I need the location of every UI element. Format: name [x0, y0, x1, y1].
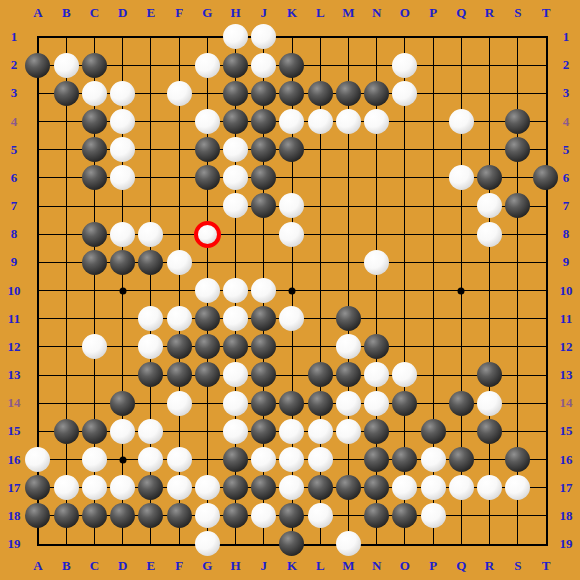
intersection-T5[interactable] — [532, 136, 560, 164]
intersection-S1[interactable] — [504, 23, 532, 51]
intersection-C18[interactable] — [80, 502, 108, 530]
intersection-F10[interactable] — [165, 276, 193, 304]
intersection-Q1[interactable] — [447, 23, 475, 51]
intersection-G10[interactable] — [193, 276, 221, 304]
intersection-N2[interactable] — [363, 51, 391, 79]
intersection-M13[interactable] — [334, 361, 362, 389]
intersection-F17[interactable] — [165, 474, 193, 502]
intersection-D11[interactable] — [109, 305, 137, 333]
intersection-B1[interactable] — [52, 23, 80, 51]
intersection-B8[interactable] — [52, 220, 80, 248]
intersection-K15[interactable] — [278, 417, 306, 445]
intersection-E2[interactable] — [137, 51, 165, 79]
intersection-Q5[interactable] — [447, 136, 475, 164]
intersection-P1[interactable] — [419, 23, 447, 51]
intersection-B3[interactable] — [52, 79, 80, 107]
intersection-T9[interactable] — [532, 248, 560, 276]
intersection-S6[interactable] — [504, 164, 532, 192]
intersection-L5[interactable] — [306, 136, 334, 164]
intersection-S17[interactable] — [504, 474, 532, 502]
intersection-E9[interactable] — [137, 248, 165, 276]
intersection-H14[interactable] — [221, 389, 249, 417]
intersection-F13[interactable] — [165, 361, 193, 389]
intersection-C9[interactable] — [80, 248, 108, 276]
intersection-O17[interactable] — [391, 474, 419, 502]
intersection-K8[interactable] — [278, 220, 306, 248]
intersection-J12[interactable] — [250, 333, 278, 361]
intersection-H10[interactable] — [221, 276, 249, 304]
intersection-N7[interactable] — [363, 192, 391, 220]
intersection-D19[interactable] — [109, 530, 137, 558]
intersection-F18[interactable] — [165, 502, 193, 530]
intersection-F9[interactable] — [165, 248, 193, 276]
intersection-P5[interactable] — [419, 136, 447, 164]
intersection-H7[interactable] — [221, 192, 249, 220]
intersection-B6[interactable] — [52, 164, 80, 192]
intersection-C8[interactable] — [80, 220, 108, 248]
intersection-B11[interactable] — [52, 305, 80, 333]
intersection-J6[interactable] — [250, 164, 278, 192]
intersection-R12[interactable] — [475, 333, 503, 361]
intersection-T10[interactable] — [532, 276, 560, 304]
intersection-B18[interactable] — [52, 502, 80, 530]
intersection-P12[interactable] — [419, 333, 447, 361]
intersection-N15[interactable] — [363, 417, 391, 445]
intersection-G6[interactable] — [193, 164, 221, 192]
intersection-R3[interactable] — [475, 79, 503, 107]
intersection-J4[interactable] — [250, 107, 278, 135]
intersection-N16[interactable] — [363, 445, 391, 473]
intersection-E1[interactable] — [137, 23, 165, 51]
intersection-H15[interactable] — [221, 417, 249, 445]
intersection-R16[interactable] — [475, 445, 503, 473]
intersection-B4[interactable] — [52, 107, 80, 135]
intersection-H8[interactable] — [221, 220, 249, 248]
intersection-L14[interactable] — [306, 389, 334, 417]
intersection-C14[interactable] — [80, 389, 108, 417]
intersection-C3[interactable] — [80, 79, 108, 107]
intersection-F16[interactable] — [165, 445, 193, 473]
intersection-D14[interactable] — [109, 389, 137, 417]
intersection-H11[interactable] — [221, 305, 249, 333]
intersection-H17[interactable] — [221, 474, 249, 502]
intersection-K13[interactable] — [278, 361, 306, 389]
intersection-R19[interactable] — [475, 530, 503, 558]
intersection-K11[interactable] — [278, 305, 306, 333]
intersection-R1[interactable] — [475, 23, 503, 51]
intersection-F4[interactable] — [165, 107, 193, 135]
intersection-J14[interactable] — [250, 389, 278, 417]
intersection-K5[interactable] — [278, 136, 306, 164]
intersection-J16[interactable] — [250, 445, 278, 473]
intersection-Q9[interactable] — [447, 248, 475, 276]
intersection-E6[interactable] — [137, 164, 165, 192]
intersection-P17[interactable] — [419, 474, 447, 502]
intersection-L10[interactable] — [306, 276, 334, 304]
intersection-H19[interactable] — [221, 530, 249, 558]
intersection-F19[interactable] — [165, 530, 193, 558]
intersection-M19[interactable] — [334, 530, 362, 558]
intersection-D4[interactable] — [109, 107, 137, 135]
intersection-P10[interactable] — [419, 276, 447, 304]
intersection-D9[interactable] — [109, 248, 137, 276]
intersection-O12[interactable] — [391, 333, 419, 361]
intersection-R11[interactable] — [475, 305, 503, 333]
intersection-S14[interactable] — [504, 389, 532, 417]
intersection-C15[interactable] — [80, 417, 108, 445]
intersection-G2[interactable] — [193, 51, 221, 79]
intersection-H16[interactable] — [221, 445, 249, 473]
intersection-N12[interactable] — [363, 333, 391, 361]
intersection-D6[interactable] — [109, 164, 137, 192]
intersection-E17[interactable] — [137, 474, 165, 502]
intersection-P8[interactable] — [419, 220, 447, 248]
intersection-N5[interactable] — [363, 136, 391, 164]
intersection-Q17[interactable] — [447, 474, 475, 502]
intersection-A5[interactable] — [24, 136, 52, 164]
intersection-P7[interactable] — [419, 192, 447, 220]
intersection-R8[interactable] — [475, 220, 503, 248]
intersection-L8[interactable] — [306, 220, 334, 248]
intersection-Q4[interactable] — [447, 107, 475, 135]
intersection-O13[interactable] — [391, 361, 419, 389]
intersection-D5[interactable] — [109, 136, 137, 164]
intersection-N1[interactable] — [363, 23, 391, 51]
intersection-E12[interactable] — [137, 333, 165, 361]
intersection-A14[interactable] — [24, 389, 52, 417]
intersection-T6[interactable] — [532, 164, 560, 192]
intersection-M11[interactable] — [334, 305, 362, 333]
intersection-O19[interactable] — [391, 530, 419, 558]
intersection-H6[interactable] — [221, 164, 249, 192]
intersection-G11[interactable] — [193, 305, 221, 333]
intersection-G13[interactable] — [193, 361, 221, 389]
intersection-C1[interactable] — [80, 23, 108, 51]
intersection-O2[interactable] — [391, 51, 419, 79]
intersection-S7[interactable] — [504, 192, 532, 220]
intersection-J5[interactable] — [250, 136, 278, 164]
intersection-M6[interactable] — [334, 164, 362, 192]
intersection-K3[interactable] — [278, 79, 306, 107]
intersection-B13[interactable] — [52, 361, 80, 389]
intersection-M15[interactable] — [334, 417, 362, 445]
intersection-D18[interactable] — [109, 502, 137, 530]
intersection-Q19[interactable] — [447, 530, 475, 558]
intersection-P18[interactable] — [419, 502, 447, 530]
intersection-E7[interactable] — [137, 192, 165, 220]
intersection-T18[interactable] — [532, 502, 560, 530]
intersection-F14[interactable] — [165, 389, 193, 417]
intersection-G16[interactable] — [193, 445, 221, 473]
intersection-F5[interactable] — [165, 136, 193, 164]
intersection-A19[interactable] — [24, 530, 52, 558]
intersection-D15[interactable] — [109, 417, 137, 445]
intersection-N8[interactable] — [363, 220, 391, 248]
intersection-Q14[interactable] — [447, 389, 475, 417]
intersection-R14[interactable] — [475, 389, 503, 417]
intersection-A7[interactable] — [24, 192, 52, 220]
intersection-Q11[interactable] — [447, 305, 475, 333]
intersection-G15[interactable] — [193, 417, 221, 445]
intersection-R15[interactable] — [475, 417, 503, 445]
intersection-L4[interactable] — [306, 107, 334, 135]
intersection-Q8[interactable] — [447, 220, 475, 248]
intersection-S12[interactable] — [504, 333, 532, 361]
intersection-C11[interactable] — [80, 305, 108, 333]
intersection-E4[interactable] — [137, 107, 165, 135]
intersection-K14[interactable] — [278, 389, 306, 417]
intersection-F2[interactable] — [165, 51, 193, 79]
intersection-G5[interactable] — [193, 136, 221, 164]
intersection-G7[interactable] — [193, 192, 221, 220]
intersection-M7[interactable] — [334, 192, 362, 220]
intersection-A1[interactable] — [24, 23, 52, 51]
intersection-F7[interactable] — [165, 192, 193, 220]
intersection-O10[interactable] — [391, 276, 419, 304]
intersection-O6[interactable] — [391, 164, 419, 192]
intersection-O15[interactable] — [391, 417, 419, 445]
intersection-E18[interactable] — [137, 502, 165, 530]
intersection-T2[interactable] — [532, 51, 560, 79]
intersection-O9[interactable] — [391, 248, 419, 276]
intersection-G3[interactable] — [193, 79, 221, 107]
intersection-E10[interactable] — [137, 276, 165, 304]
intersection-C2[interactable] — [80, 51, 108, 79]
intersection-M12[interactable] — [334, 333, 362, 361]
intersection-L6[interactable] — [306, 164, 334, 192]
intersection-O1[interactable] — [391, 23, 419, 51]
intersection-L17[interactable] — [306, 474, 334, 502]
intersection-G12[interactable] — [193, 333, 221, 361]
intersection-E8[interactable] — [137, 220, 165, 248]
intersection-K10[interactable] — [278, 276, 306, 304]
intersection-R5[interactable] — [475, 136, 503, 164]
intersection-F6[interactable] — [165, 164, 193, 192]
intersection-S11[interactable] — [504, 305, 532, 333]
intersection-G14[interactable] — [193, 389, 221, 417]
intersection-H9[interactable] — [221, 248, 249, 276]
intersection-S10[interactable] — [504, 276, 532, 304]
intersection-K12[interactable] — [278, 333, 306, 361]
intersection-M17[interactable] — [334, 474, 362, 502]
intersection-N11[interactable] — [363, 305, 391, 333]
intersection-S8[interactable] — [504, 220, 532, 248]
intersection-Q15[interactable] — [447, 417, 475, 445]
intersection-J18[interactable] — [250, 502, 278, 530]
intersection-L13[interactable] — [306, 361, 334, 389]
intersection-O16[interactable] — [391, 445, 419, 473]
intersection-A4[interactable] — [24, 107, 52, 135]
intersection-Q10[interactable] — [447, 276, 475, 304]
intersection-B14[interactable] — [52, 389, 80, 417]
intersection-A6[interactable] — [24, 164, 52, 192]
intersection-J7[interactable] — [250, 192, 278, 220]
intersection-Q7[interactable] — [447, 192, 475, 220]
intersection-K1[interactable] — [278, 23, 306, 51]
intersection-H18[interactable] — [221, 502, 249, 530]
intersection-H3[interactable] — [221, 79, 249, 107]
intersection-Q16[interactable] — [447, 445, 475, 473]
intersection-J3[interactable] — [250, 79, 278, 107]
intersection-G4[interactable] — [193, 107, 221, 135]
intersection-M5[interactable] — [334, 136, 362, 164]
intersection-D8[interactable] — [109, 220, 137, 248]
intersection-K17[interactable] — [278, 474, 306, 502]
intersection-P9[interactable] — [419, 248, 447, 276]
intersection-B7[interactable] — [52, 192, 80, 220]
intersection-F12[interactable] — [165, 333, 193, 361]
intersection-M10[interactable] — [334, 276, 362, 304]
intersection-D1[interactable] — [109, 23, 137, 51]
intersection-B16[interactable] — [52, 445, 80, 473]
intersection-P13[interactable] — [419, 361, 447, 389]
intersection-P11[interactable] — [419, 305, 447, 333]
intersection-A11[interactable] — [24, 305, 52, 333]
intersection-O8[interactable] — [391, 220, 419, 248]
intersection-P3[interactable] — [419, 79, 447, 107]
intersection-H13[interactable] — [221, 361, 249, 389]
intersection-P14[interactable] — [419, 389, 447, 417]
intersection-J17[interactable] — [250, 474, 278, 502]
intersection-T14[interactable] — [532, 389, 560, 417]
intersection-J9[interactable] — [250, 248, 278, 276]
intersection-T16[interactable] — [532, 445, 560, 473]
intersection-N6[interactable] — [363, 164, 391, 192]
intersection-S18[interactable] — [504, 502, 532, 530]
intersection-O4[interactable] — [391, 107, 419, 135]
intersection-B10[interactable] — [52, 276, 80, 304]
intersection-R13[interactable] — [475, 361, 503, 389]
intersection-E11[interactable] — [137, 305, 165, 333]
intersection-A10[interactable] — [24, 276, 52, 304]
intersection-D16[interactable] — [109, 445, 137, 473]
intersection-A3[interactable] — [24, 79, 52, 107]
intersection-D3[interactable] — [109, 79, 137, 107]
intersection-J19[interactable] — [250, 530, 278, 558]
intersection-S5[interactable] — [504, 136, 532, 164]
intersection-E14[interactable] — [137, 389, 165, 417]
intersection-H1[interactable] — [221, 23, 249, 51]
intersection-B17[interactable] — [52, 474, 80, 502]
intersection-B5[interactable] — [52, 136, 80, 164]
intersection-N3[interactable] — [363, 79, 391, 107]
intersection-K2[interactable] — [278, 51, 306, 79]
intersection-M8[interactable] — [334, 220, 362, 248]
intersection-O11[interactable] — [391, 305, 419, 333]
intersection-C4[interactable] — [80, 107, 108, 135]
intersection-Q18[interactable] — [447, 502, 475, 530]
intersection-F3[interactable] — [165, 79, 193, 107]
intersection-T8[interactable] — [532, 220, 560, 248]
intersection-A9[interactable] — [24, 248, 52, 276]
intersection-G19[interactable] — [193, 530, 221, 558]
intersection-L9[interactable] — [306, 248, 334, 276]
intersection-E3[interactable] — [137, 79, 165, 107]
intersection-A15[interactable] — [24, 417, 52, 445]
intersection-E16[interactable] — [137, 445, 165, 473]
intersection-A12[interactable] — [24, 333, 52, 361]
intersection-S3[interactable] — [504, 79, 532, 107]
intersection-P19[interactable] — [419, 530, 447, 558]
intersection-Q13[interactable] — [447, 361, 475, 389]
intersection-K16[interactable] — [278, 445, 306, 473]
intersection-J13[interactable] — [250, 361, 278, 389]
intersection-S2[interactable] — [504, 51, 532, 79]
intersection-B2[interactable] — [52, 51, 80, 79]
intersection-N9[interactable] — [363, 248, 391, 276]
intersection-T17[interactable] — [532, 474, 560, 502]
intersection-Q2[interactable] — [447, 51, 475, 79]
intersection-S16[interactable] — [504, 445, 532, 473]
intersection-F1[interactable] — [165, 23, 193, 51]
intersection-P4[interactable] — [419, 107, 447, 135]
intersection-J8[interactable] — [250, 220, 278, 248]
intersection-P6[interactable] — [419, 164, 447, 192]
intersection-C10[interactable] — [80, 276, 108, 304]
intersection-R9[interactable] — [475, 248, 503, 276]
intersection-K18[interactable] — [278, 502, 306, 530]
intersection-C5[interactable] — [80, 136, 108, 164]
intersection-M4[interactable] — [334, 107, 362, 135]
intersection-S13[interactable] — [504, 361, 532, 389]
intersection-A13[interactable] — [24, 361, 52, 389]
intersection-S4[interactable] — [504, 107, 532, 135]
intersection-P16[interactable] — [419, 445, 447, 473]
intersection-J1[interactable] — [250, 23, 278, 51]
intersection-D12[interactable] — [109, 333, 137, 361]
intersection-L12[interactable] — [306, 333, 334, 361]
intersection-B15[interactable] — [52, 417, 80, 445]
intersection-B12[interactable] — [52, 333, 80, 361]
intersection-K7[interactable] — [278, 192, 306, 220]
intersection-E15[interactable] — [137, 417, 165, 445]
intersection-L18[interactable] — [306, 502, 334, 530]
intersection-K6[interactable] — [278, 164, 306, 192]
intersection-H5[interactable] — [221, 136, 249, 164]
intersection-N14[interactable] — [363, 389, 391, 417]
intersection-T7[interactable] — [532, 192, 560, 220]
intersection-L1[interactable] — [306, 23, 334, 51]
intersection-D10[interactable] — [109, 276, 137, 304]
intersection-A17[interactable] — [24, 474, 52, 502]
intersection-O7[interactable] — [391, 192, 419, 220]
intersection-E19[interactable] — [137, 530, 165, 558]
intersection-G17[interactable] — [193, 474, 221, 502]
intersection-C7[interactable] — [80, 192, 108, 220]
intersection-D2[interactable] — [109, 51, 137, 79]
intersection-O3[interactable] — [391, 79, 419, 107]
intersection-O5[interactable] — [391, 136, 419, 164]
intersection-T19[interactable] — [532, 530, 560, 558]
intersection-O14[interactable] — [391, 389, 419, 417]
intersection-M1[interactable] — [334, 23, 362, 51]
intersection-A16[interactable] — [24, 445, 52, 473]
intersection-S19[interactable] — [504, 530, 532, 558]
intersection-C13[interactable] — [80, 361, 108, 389]
intersection-T13[interactable] — [532, 361, 560, 389]
intersection-M18[interactable] — [334, 502, 362, 530]
intersection-H4[interactable] — [221, 107, 249, 135]
intersection-H2[interactable] — [221, 51, 249, 79]
intersection-M2[interactable] — [334, 51, 362, 79]
intersection-R4[interactable] — [475, 107, 503, 135]
intersection-L7[interactable] — [306, 192, 334, 220]
intersection-K9[interactable] — [278, 248, 306, 276]
intersection-Q12[interactable] — [447, 333, 475, 361]
intersection-K4[interactable] — [278, 107, 306, 135]
intersection-T15[interactable] — [532, 417, 560, 445]
intersection-L16[interactable] — [306, 445, 334, 473]
